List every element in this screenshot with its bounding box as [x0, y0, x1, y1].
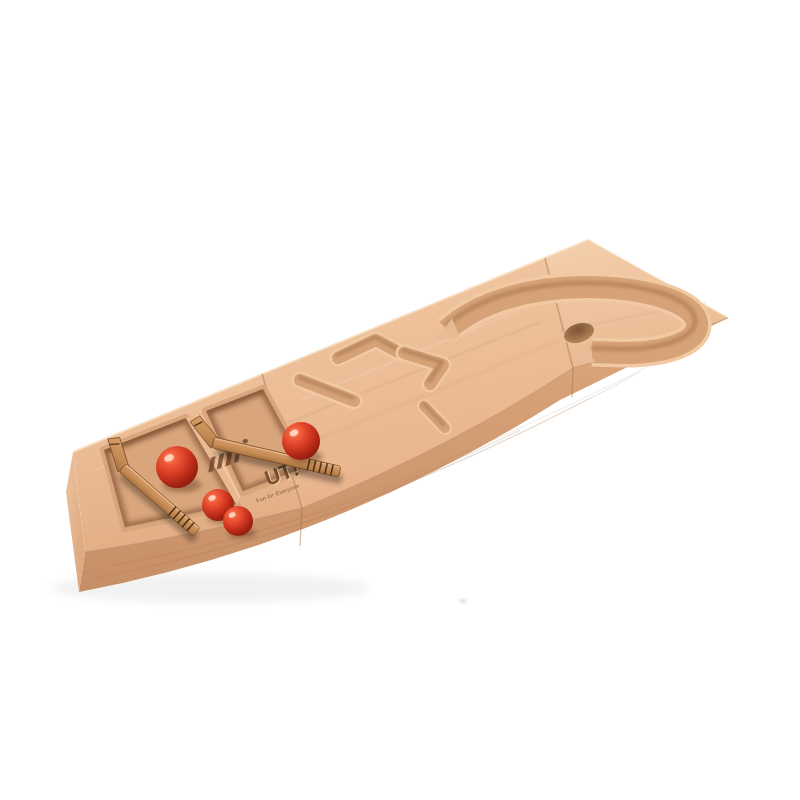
board-photo: UT! UT! Fun for Everyone [0, 0, 800, 800]
product-photo: UT! UT! Fun for Everyone [0, 0, 800, 800]
dust-speck [460, 599, 467, 603]
